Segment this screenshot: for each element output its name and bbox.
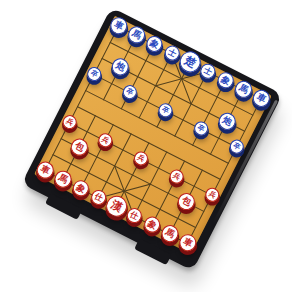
piece-blue-soldier[interactable]: 卒: [120, 83, 139, 102]
piece-blue-horse[interactable]: 馬: [125, 23, 148, 46]
piece-red-horse[interactable]: 馬: [52, 168, 75, 191]
box-foot-right: [134, 238, 172, 265]
piece-red-soldier[interactable]: 兵: [203, 185, 222, 204]
photo-scene: 車馬象士楚士象馬車炮炮卒卒卒卒卒兵兵兵兵兵包包車馬象仕漢仕象馬車: [0, 0, 292, 292]
xiangqi-board: 車馬象士楚士象馬車炮炮卒卒卒卒卒兵兵兵兵兵包包車馬象仕漢仕象馬車: [22, 7, 283, 271]
piece-blue-soldier[interactable]: 卒: [85, 65, 104, 84]
piece-blue-chariot[interactable]: 車: [250, 87, 273, 110]
piece-blue-soldier[interactable]: 卒: [192, 119, 211, 138]
piece-red-cannon[interactable]: 包: [175, 190, 198, 213]
piece-red-cannon[interactable]: 包: [68, 136, 91, 159]
piece-red-soldier[interactable]: 兵: [96, 131, 115, 150]
piece-red-soldier[interactable]: 兵: [132, 149, 151, 168]
board-frame: 車馬象士楚士象馬車炮炮卒卒卒卒卒兵兵兵兵兵包包車馬象仕漢仕象馬車: [22, 7, 283, 271]
board-surface: 車馬象士楚士象馬車炮炮卒卒卒卒卒兵兵兵兵兵包包車馬象仕漢仕象馬車: [34, 16, 272, 255]
piece-red-soldier[interactable]: 兵: [167, 167, 186, 186]
piece-blue-elephant[interactable]: 象: [215, 69, 237, 91]
piece-blue-cannon[interactable]: 炮: [216, 110, 239, 133]
piece-blue-elephant[interactable]: 象: [144, 33, 166, 55]
pieces-layer: 車馬象士楚士象馬車炮炮卒卒卒卒卒兵兵兵兵兵包包車馬象仕漢仕象馬車: [34, 16, 272, 255]
piece-blue-soldier[interactable]: 卒: [227, 137, 246, 156]
piece-red-soldier[interactable]: 兵: [60, 113, 79, 132]
piece-red-advisor[interactable]: 仕: [124, 205, 144, 225]
piece-blue-advisor[interactable]: 士: [198, 61, 218, 81]
piece-red-elephant[interactable]: 象: [141, 214, 163, 236]
piece-red-elephant[interactable]: 象: [70, 178, 92, 200]
piece-red-chariot[interactable]: 車: [176, 231, 199, 254]
piece-blue-soldier[interactable]: 卒: [156, 101, 175, 120]
piece-blue-cannon[interactable]: 炮: [109, 55, 132, 78]
box-foot-left: [45, 193, 83, 220]
